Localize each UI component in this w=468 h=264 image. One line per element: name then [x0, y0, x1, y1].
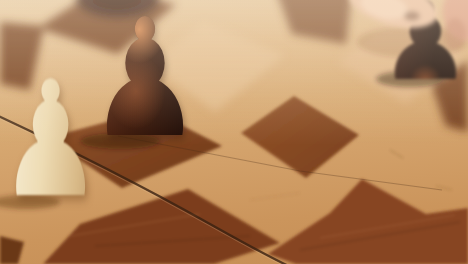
player-hand [0, 0, 468, 264]
chess-photo-frame: ♟ ♟ ♟ [0, 0, 468, 264]
grip-shade [404, 11, 420, 21]
thumb-crease [444, 18, 466, 50]
